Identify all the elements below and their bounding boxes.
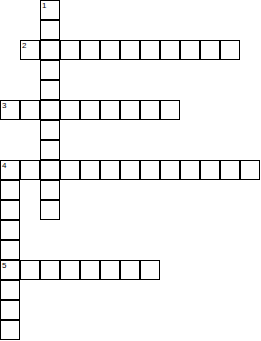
crossword-cell[interactable] [100,160,120,180]
crossword-cell[interactable] [140,260,160,280]
crossword-cell[interactable] [80,260,100,280]
crossword-cell[interactable] [40,20,60,40]
crossword-cell[interactable] [140,160,160,180]
crossword-cell[interactable] [40,180,60,200]
crossword-cell[interactable] [160,100,180,120]
crossword-cell[interactable]: 2 [20,40,40,60]
crossword-cell[interactable] [80,40,100,60]
crossword-cell[interactable] [0,220,20,240]
crossword-cell[interactable] [80,160,100,180]
crossword-cell[interactable] [60,100,80,120]
crossword-cell[interactable] [20,100,40,120]
crossword-cell[interactable] [100,100,120,120]
crossword-cell[interactable] [140,40,160,60]
crossword-cell[interactable] [220,160,240,180]
crossword-cell[interactable] [0,240,20,260]
crossword-cell[interactable] [60,40,80,60]
crossword-cell[interactable] [120,100,140,120]
clue-number: 3 [2,101,6,110]
crossword-cell[interactable] [0,300,20,320]
crossword-cell[interactable] [180,160,200,180]
crossword-cell[interactable] [40,40,60,60]
crossword-cell[interactable] [40,120,60,140]
crossword-cell[interactable]: 5 [0,260,20,280]
clue-number: 5 [2,261,6,270]
clue-number: 1 [42,1,46,10]
crossword-cell[interactable] [240,160,260,180]
crossword-cell[interactable] [100,40,120,60]
crossword-cell[interactable] [80,100,100,120]
crossword-cell[interactable] [20,160,40,180]
crossword-cell[interactable]: 1 [40,0,60,20]
crossword-cell[interactable] [40,260,60,280]
crossword-cell[interactable] [0,280,20,300]
crossword-cell[interactable] [40,200,60,220]
crossword-cell[interactable] [220,40,240,60]
crossword-cell[interactable] [120,160,140,180]
clue-number: 4 [2,161,6,170]
crossword-cell[interactable] [200,40,220,60]
crossword-grid: 12345 [0,0,261,341]
crossword-cell[interactable] [20,260,40,280]
crossword-cell[interactable] [60,260,80,280]
crossword-cell[interactable] [0,180,20,200]
crossword-cell[interactable] [40,140,60,160]
crossword-cell[interactable] [0,200,20,220]
crossword-cell[interactable] [140,100,160,120]
crossword-cell[interactable] [120,260,140,280]
crossword-cell[interactable] [100,260,120,280]
crossword-cell[interactable] [200,160,220,180]
crossword-cell[interactable] [160,160,180,180]
crossword-cell[interactable] [40,100,60,120]
crossword-cell[interactable] [180,40,200,60]
crossword-cell[interactable] [40,60,60,80]
clue-number: 2 [22,41,26,50]
crossword-cell[interactable] [160,40,180,60]
crossword-cell[interactable]: 4 [0,160,20,180]
crossword-cell[interactable]: 3 [0,100,20,120]
crossword-cell[interactable] [60,160,80,180]
crossword-cell[interactable] [0,320,20,340]
crossword-cell[interactable] [40,80,60,100]
crossword-cell[interactable] [40,160,60,180]
crossword-cell[interactable] [120,40,140,60]
